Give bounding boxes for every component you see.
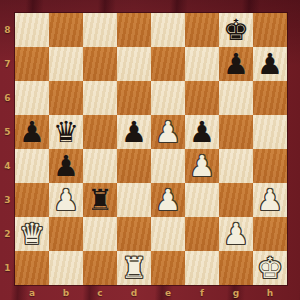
file-label-g: g bbox=[219, 285, 253, 300]
square-c8[interactable] bbox=[83, 13, 117, 47]
square-b5[interactable]: ♛ bbox=[49, 115, 83, 149]
square-h2[interactable] bbox=[253, 217, 287, 251]
square-e7[interactable] bbox=[151, 47, 185, 81]
square-c3[interactable]: ♜ bbox=[83, 183, 117, 217]
square-e3[interactable]: ♟ bbox=[151, 183, 185, 217]
black-pawn-g7[interactable]: ♟ bbox=[223, 47, 249, 81]
square-d3[interactable] bbox=[117, 183, 151, 217]
file-label-c: c bbox=[83, 285, 117, 300]
square-d5[interactable]: ♟ bbox=[117, 115, 151, 149]
square-h3[interactable]: ♟ bbox=[253, 183, 287, 217]
square-g3[interactable] bbox=[219, 183, 253, 217]
square-b8[interactable] bbox=[49, 13, 83, 47]
square-e5[interactable]: ♟ bbox=[151, 115, 185, 149]
square-c2[interactable] bbox=[83, 217, 117, 251]
square-a2[interactable]: ♛ bbox=[15, 217, 49, 251]
file-label-b: b bbox=[49, 285, 83, 300]
square-e2[interactable] bbox=[151, 217, 185, 251]
square-c6[interactable] bbox=[83, 81, 117, 115]
square-c4[interactable] bbox=[83, 149, 117, 183]
file-label-d: d bbox=[117, 285, 151, 300]
square-b1[interactable] bbox=[49, 251, 83, 285]
square-f6[interactable] bbox=[185, 81, 219, 115]
square-f2[interactable] bbox=[185, 217, 219, 251]
square-g4[interactable] bbox=[219, 149, 253, 183]
square-f3[interactable] bbox=[185, 183, 219, 217]
chess-board: ♚♟♟♟♛♟♟♟♟♟♟♜♟♟♛♟♜♚ bbox=[15, 13, 287, 285]
square-a4[interactable] bbox=[15, 149, 49, 183]
square-e6[interactable] bbox=[151, 81, 185, 115]
square-g2[interactable]: ♟ bbox=[219, 217, 253, 251]
square-a7[interactable] bbox=[15, 47, 49, 81]
square-c1[interactable] bbox=[83, 251, 117, 285]
file-label-h: h bbox=[253, 285, 287, 300]
square-g1[interactable] bbox=[219, 251, 253, 285]
square-d8[interactable] bbox=[117, 13, 151, 47]
square-h8[interactable] bbox=[253, 13, 287, 47]
square-f1[interactable] bbox=[185, 251, 219, 285]
rank-label-2: 2 bbox=[0, 217, 15, 251]
square-b7[interactable] bbox=[49, 47, 83, 81]
file-label-a: a bbox=[15, 285, 49, 300]
white-pawn-e3[interactable]: ♟ bbox=[155, 183, 181, 217]
square-f8[interactable] bbox=[185, 13, 219, 47]
black-pawn-d5[interactable]: ♟ bbox=[121, 115, 147, 149]
square-a1[interactable] bbox=[15, 251, 49, 285]
square-c5[interactable] bbox=[83, 115, 117, 149]
square-f4[interactable]: ♟ bbox=[185, 149, 219, 183]
square-b4[interactable]: ♟ bbox=[49, 149, 83, 183]
white-king-h1[interactable]: ♚ bbox=[257, 251, 283, 285]
square-f7[interactable] bbox=[185, 47, 219, 81]
square-d7[interactable] bbox=[117, 47, 151, 81]
rank-label-7: 7 bbox=[0, 47, 15, 81]
square-b6[interactable] bbox=[49, 81, 83, 115]
black-pawn-f5[interactable]: ♟ bbox=[189, 115, 215, 149]
file-label-e: e bbox=[151, 285, 185, 300]
black-pawn-b4[interactable]: ♟ bbox=[53, 149, 79, 183]
chess-app: ♚♟♟♟♛♟♟♟♟♟♟♜♟♟♛♟♜♚ 87654321 abcdefgh bbox=[0, 0, 300, 300]
square-e8[interactable] bbox=[151, 13, 185, 47]
white-pawn-e5[interactable]: ♟ bbox=[155, 115, 181, 149]
square-c7[interactable] bbox=[83, 47, 117, 81]
square-d2[interactable] bbox=[117, 217, 151, 251]
square-a8[interactable] bbox=[15, 13, 49, 47]
square-h6[interactable] bbox=[253, 81, 287, 115]
square-b2[interactable] bbox=[49, 217, 83, 251]
square-g6[interactable] bbox=[219, 81, 253, 115]
rank-label-4: 4 bbox=[0, 149, 15, 183]
square-a3[interactable] bbox=[15, 183, 49, 217]
rank-label-8: 8 bbox=[0, 13, 15, 47]
file-label-f: f bbox=[185, 285, 219, 300]
white-pawn-f4[interactable]: ♟ bbox=[189, 149, 215, 183]
square-h5[interactable] bbox=[253, 115, 287, 149]
square-h1[interactable]: ♚ bbox=[253, 251, 287, 285]
square-g8[interactable]: ♚ bbox=[219, 13, 253, 47]
square-g5[interactable] bbox=[219, 115, 253, 149]
square-d6[interactable] bbox=[117, 81, 151, 115]
square-e1[interactable] bbox=[151, 251, 185, 285]
black-queen-b5[interactable]: ♛ bbox=[53, 115, 79, 149]
white-queen-a2[interactable]: ♛ bbox=[19, 217, 45, 251]
white-pawn-b3[interactable]: ♟ bbox=[53, 183, 79, 217]
white-rook-d1[interactable]: ♜ bbox=[121, 251, 147, 285]
square-h4[interactable] bbox=[253, 149, 287, 183]
square-f5[interactable]: ♟ bbox=[185, 115, 219, 149]
square-d1[interactable]: ♜ bbox=[117, 251, 151, 285]
black-pawn-a5[interactable]: ♟ bbox=[19, 115, 45, 149]
square-e4[interactable] bbox=[151, 149, 185, 183]
white-pawn-g2[interactable]: ♟ bbox=[223, 217, 249, 251]
black-pawn-h7[interactable]: ♟ bbox=[257, 47, 283, 81]
file-labels: abcdefgh bbox=[15, 285, 287, 300]
rank-labels: 87654321 bbox=[0, 13, 15, 285]
square-a5[interactable]: ♟ bbox=[15, 115, 49, 149]
rank-label-1: 1 bbox=[0, 251, 15, 285]
black-rook-c3[interactable]: ♜ bbox=[87, 183, 113, 217]
square-d4[interactable] bbox=[117, 149, 151, 183]
square-a6[interactable] bbox=[15, 81, 49, 115]
rank-label-3: 3 bbox=[0, 183, 15, 217]
white-pawn-h3[interactable]: ♟ bbox=[257, 183, 283, 217]
square-h7[interactable]: ♟ bbox=[253, 47, 287, 81]
black-king-g8[interactable]: ♚ bbox=[223, 13, 249, 47]
rank-label-5: 5 bbox=[0, 115, 15, 149]
square-b3[interactable]: ♟ bbox=[49, 183, 83, 217]
square-g7[interactable]: ♟ bbox=[219, 47, 253, 81]
rank-label-6: 6 bbox=[0, 81, 15, 115]
